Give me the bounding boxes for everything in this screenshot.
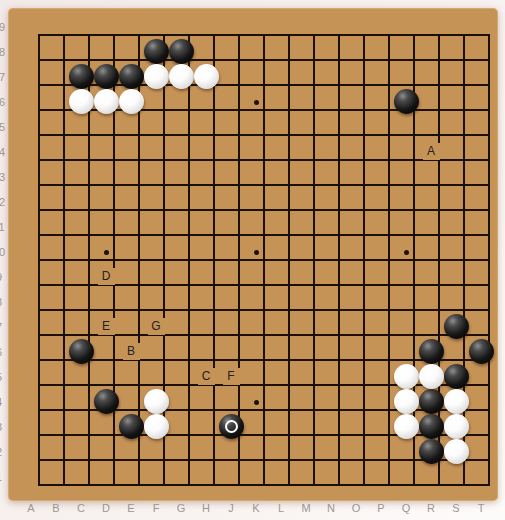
coord-row-4: 4 xyxy=(0,395,12,409)
stone-black-q16[interactable] xyxy=(394,89,419,114)
annotation-label-b[interactable]: B xyxy=(123,343,140,360)
coord-column-f: F xyxy=(148,502,164,514)
annotation-label-f[interactable]: F xyxy=(223,368,240,385)
coord-column-q: Q xyxy=(398,502,414,514)
stone-black-r2[interactable] xyxy=(419,439,444,464)
coord-column-n: N xyxy=(323,502,339,514)
annotation-label-d[interactable]: D xyxy=(98,268,115,285)
stone-black-r6[interactable] xyxy=(419,339,444,364)
coord-column-l: L xyxy=(273,502,289,514)
coord-row-11: 11 xyxy=(0,220,12,234)
coord-row-12: 12 xyxy=(0,195,12,209)
annotation-label-c[interactable]: C xyxy=(198,368,215,385)
stone-white-g17[interactable] xyxy=(169,64,194,89)
coord-row-1: 1 xyxy=(0,470,12,484)
stone-black-e3[interactable] xyxy=(119,414,144,439)
coord-row-13: 13 xyxy=(0,170,12,184)
coord-column-g: G xyxy=(173,502,189,514)
stone-black-t6[interactable] xyxy=(469,339,494,364)
stone-white-s4[interactable] xyxy=(444,389,469,414)
stone-white-s3[interactable] xyxy=(444,414,469,439)
stone-black-e17[interactable] xyxy=(119,64,144,89)
stone-black-g18[interactable] xyxy=(169,39,194,64)
stone-white-q4[interactable] xyxy=(394,389,419,414)
coord-row-10: 10 xyxy=(0,245,12,259)
stone-black-d4[interactable] xyxy=(94,389,119,414)
coord-row-7: 7 xyxy=(0,320,12,334)
coord-column-o: O xyxy=(348,502,364,514)
annotation-label-g[interactable]: G xyxy=(148,318,165,335)
coord-column-m: M xyxy=(298,502,314,514)
stone-white-q5[interactable] xyxy=(394,364,419,389)
coord-row-14: 14 xyxy=(0,145,12,159)
stone-white-h17[interactable] xyxy=(194,64,219,89)
coord-row-9: 9 xyxy=(0,270,12,284)
coord-row-15: 15 xyxy=(0,120,12,134)
stone-white-d16[interactable] xyxy=(94,89,119,114)
last-move-marker xyxy=(225,420,238,433)
stone-white-c16[interactable] xyxy=(69,89,94,114)
coord-row-6: 6 xyxy=(0,345,12,359)
coord-column-h: H xyxy=(198,502,214,514)
coord-row-5: 5 xyxy=(0,370,12,384)
coord-column-e: E xyxy=(123,502,139,514)
coord-row-2: 2 xyxy=(0,445,12,459)
stone-black-s7[interactable] xyxy=(444,314,469,339)
coord-column-j: J xyxy=(223,502,239,514)
stone-white-s2[interactable] xyxy=(444,439,469,464)
coord-column-k: K xyxy=(248,502,264,514)
stone-white-e16[interactable] xyxy=(119,89,144,114)
stone-white-f3[interactable] xyxy=(144,414,169,439)
stone-black-j3[interactable] xyxy=(219,414,244,439)
stones-layer xyxy=(19,14,494,489)
coord-row-18: 18 xyxy=(0,45,12,59)
stone-black-r3[interactable] xyxy=(419,414,444,439)
coord-row-16: 16 xyxy=(0,95,12,109)
coord-row-19: 19 xyxy=(0,20,12,34)
stone-white-f4[interactable] xyxy=(144,389,169,414)
coord-column-t: T xyxy=(473,502,489,514)
coord-column-c: C xyxy=(73,502,89,514)
coord-column-a: A xyxy=(23,502,39,514)
stone-black-r4[interactable] xyxy=(419,389,444,414)
stone-white-f17[interactable] xyxy=(144,64,169,89)
coord-column-p: P xyxy=(373,502,389,514)
stone-white-q3[interactable] xyxy=(394,414,419,439)
stone-black-f18[interactable] xyxy=(144,39,169,64)
stone-black-c17[interactable] xyxy=(69,64,94,89)
stone-white-r5[interactable] xyxy=(419,364,444,389)
stone-black-d17[interactable] xyxy=(94,64,119,89)
annotation-label-a[interactable]: A xyxy=(423,143,440,160)
coord-column-r: R xyxy=(423,502,439,514)
coord-row-8: 8 xyxy=(0,295,12,309)
stone-black-c6[interactable] xyxy=(69,339,94,364)
stone-black-s5[interactable] xyxy=(444,364,469,389)
coord-column-d: D xyxy=(98,502,114,514)
coord-row-17: 17 xyxy=(0,70,12,84)
annotation-label-e[interactable]: E xyxy=(98,318,115,335)
coord-column-s: S xyxy=(448,502,464,514)
coord-column-b: B xyxy=(48,502,64,514)
coord-row-3: 3 xyxy=(0,420,12,434)
